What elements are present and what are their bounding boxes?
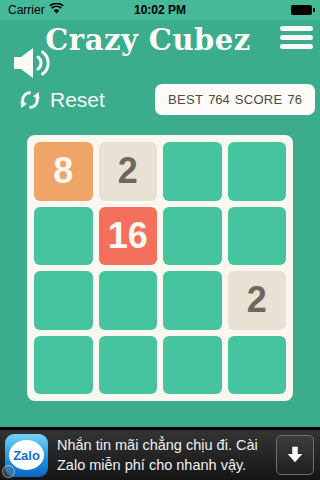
score-value: 76 <box>288 92 302 107</box>
tile-2: 2 <box>228 271 287 330</box>
clock: 10:02 PM <box>0 3 320 17</box>
empty-cell <box>163 271 222 330</box>
ad-banner[interactable]: Zalo Nhắn tin mãi chẳng chịu đi. Cài Zal… <box>0 427 320 480</box>
tile-16: 16 <box>99 207 158 266</box>
board[interactable]: 82162 <box>27 135 293 401</box>
empty-cell <box>34 207 93 266</box>
tile-8: 8 <box>34 142 93 201</box>
empty-cell <box>228 207 287 266</box>
empty-cell <box>99 336 158 395</box>
app-screen: Carrier 10:02 PM Crazy Cubez <box>0 0 320 480</box>
empty-cell <box>34 271 93 330</box>
refresh-circular-arrows-icon <box>19 89 41 111</box>
score-label: SCORE <box>235 92 283 107</box>
score-panel: BEST 764 SCORE 76 <box>155 84 315 115</box>
tile-2: 2 <box>99 142 158 201</box>
download-arrow-icon <box>284 444 306 466</box>
zalo-logo-text: Zalo <box>9 440 44 470</box>
empty-cell <box>163 207 222 266</box>
battery-full-icon <box>291 5 312 15</box>
speaker-on-icon[interactable] <box>13 46 55 80</box>
empty-cell <box>163 142 222 201</box>
ad-text: Nhắn tin mãi chẳng chịu đi. Cài Zalo miễ… <box>57 435 265 475</box>
download-button[interactable] <box>276 435 314 475</box>
hamburger-menu-icon[interactable] <box>278 24 315 60</box>
reset-label: Reset <box>50 88 105 112</box>
empty-cell <box>163 336 222 395</box>
status-bar: Carrier 10:02 PM <box>0 0 320 20</box>
empty-cell <box>99 271 158 330</box>
empty-cell <box>228 336 287 395</box>
best-value: 764 <box>208 92 230 107</box>
ad-info-circle-icon[interactable] <box>2 465 15 478</box>
empty-cell <box>34 336 93 395</box>
empty-cell <box>228 142 287 201</box>
reset-button[interactable]: Reset <box>19 85 105 115</box>
best-label: BEST <box>168 92 203 107</box>
